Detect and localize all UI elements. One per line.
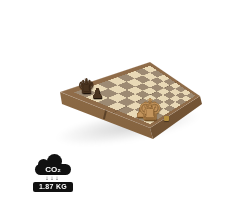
product-photo-chess-set: ♜♞♝♛♚♝♞♜♟♟♟♟♟♟♟♟♟♟♟♟♟♟♟♟♜♞♝♛♚♝♞♜ CO₂ ↓↓↓…	[0, 0, 250, 200]
co2-weight-label: 1.87 KG	[33, 182, 73, 192]
brass-clasp-latch	[164, 116, 169, 121]
co2-gas-label: CO₂	[35, 165, 71, 174]
co2-footprint-badge: CO₂ ↓↓↓ 1.87 KG	[32, 157, 74, 195]
co2-cloud-icon: CO₂	[35, 157, 71, 175]
down-arrows-icon: ↓↓↓	[32, 175, 74, 181]
